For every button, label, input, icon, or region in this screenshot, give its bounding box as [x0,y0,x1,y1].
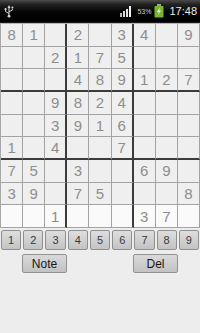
cell-r8c8[interactable] [156,183,178,206]
cell-r7c5[interactable] [89,160,111,183]
cell-r6c6[interactable]: 7 [112,137,134,160]
cell-r4c9[interactable] [178,92,200,115]
cell-r9c9[interactable] [178,205,200,228]
cell-r4c7[interactable] [134,92,156,115]
del-button[interactable]: Del [133,254,178,273]
cell-r7c4[interactable]: 3 [67,160,89,183]
cell-r6c8[interactable] [156,137,178,160]
cell-r5c6[interactable]: 6 [112,115,134,138]
cell-r5c8[interactable] [156,115,178,138]
note-button[interactable]: Note [22,254,67,273]
cell-r5c2[interactable] [23,115,45,138]
cell-r5c4[interactable]: 9 [67,115,89,138]
numpad-button-9[interactable]: 9 [179,230,199,250]
cell-r6c4[interactable] [67,137,89,160]
numpad-button-4[interactable]: 4 [68,230,88,250]
cell-r7c1[interactable]: 7 [1,160,23,183]
usb-icon [3,4,15,19]
cell-r5c1[interactable] [1,115,23,138]
cell-r1c6[interactable]: 3 [112,24,134,47]
cell-r1c2[interactable]: 1 [23,24,45,47]
cell-r4c1[interactable] [1,92,23,115]
cell-r9c8[interactable]: 7 [156,205,178,228]
cell-r7c6[interactable] [112,160,134,183]
cell-r4c8[interactable] [156,92,178,115]
cell-r3c2[interactable] [23,69,45,92]
cell-r3c3[interactable] [45,69,67,92]
cell-r6c2[interactable] [23,137,45,160]
cell-r5c9[interactable] [178,115,200,138]
cell-r8c2[interactable]: 9 [23,183,45,206]
cell-r6c3[interactable]: 4 [45,137,67,160]
cell-r2c4[interactable]: 1 [67,47,89,70]
cell-r3c6[interactable]: 9 [112,69,134,92]
cell-r3c8[interactable]: 2 [156,69,178,92]
cell-r2c2[interactable] [23,47,45,70]
cell-r2c3[interactable]: 2 [45,47,67,70]
cell-r1c4[interactable]: 2 [67,24,89,47]
cell-r6c7[interactable] [134,137,156,160]
cell-r3c9[interactable]: 7 [178,69,200,92]
clock: 17:48 [169,5,197,17]
battery-percent: 53% [137,8,151,15]
cell-r8c4[interactable]: 7 [67,183,89,206]
numpad-button-1[interactable]: 1 [1,230,21,250]
cell-r1c9[interactable]: 9 [178,24,200,47]
cell-r2c9[interactable] [178,47,200,70]
action-bar: Note Del [0,254,200,274]
numpad-button-6[interactable]: 6 [112,230,132,250]
cell-r3c5[interactable]: 8 [89,69,111,92]
cell-r9c5[interactable] [89,205,111,228]
cell-r3c7[interactable]: 1 [134,69,156,92]
cell-r2c6[interactable]: 5 [112,47,134,70]
cell-r7c2[interactable]: 5 [23,160,45,183]
cell-r1c1[interactable]: 8 [1,24,23,47]
cell-r9c7[interactable]: 3 [134,205,156,228]
numpad-button-8[interactable]: 8 [157,230,177,250]
cell-r2c8[interactable] [156,47,178,70]
numpad-button-7[interactable]: 7 [134,230,154,250]
cell-r8c7[interactable] [134,183,156,206]
cell-r4c5[interactable]: 2 [89,92,111,115]
cell-r6c1[interactable]: 1 [1,137,23,160]
cell-r5c3[interactable]: 3 [45,115,67,138]
cell-r1c8[interactable] [156,24,178,47]
cell-r4c2[interactable] [23,92,45,115]
cell-r7c3[interactable] [45,160,67,183]
cell-r8c3[interactable] [45,183,67,206]
cell-r3c1[interactable] [1,69,23,92]
cell-r6c5[interactable] [89,137,111,160]
cell-r6c9[interactable] [178,137,200,160]
cell-r3c4[interactable]: 4 [67,69,89,92]
sudoku-board: 8123492175489127982439161477536939758137 [0,23,200,228]
cell-r5c5[interactable]: 1 [89,115,111,138]
cell-r9c1[interactable] [1,205,23,228]
numpad-button-5[interactable]: 5 [90,230,110,250]
cell-r7c7[interactable]: 6 [134,160,156,183]
cell-r9c2[interactable] [23,205,45,228]
cell-r4c6[interactable]: 4 [112,92,134,115]
signal-strength-icon [120,5,133,17]
numpad-button-3[interactable]: 3 [45,230,65,250]
status-bar: 53% 17:48 [0,0,200,23]
cell-r8c5[interactable]: 5 [89,183,111,206]
cell-r1c7[interactable]: 4 [134,24,156,47]
cell-r2c1[interactable] [1,47,23,70]
cell-r4c3[interactable]: 9 [45,92,67,115]
cell-r9c6[interactable] [112,205,134,228]
cell-r2c7[interactable] [134,47,156,70]
app-screen: 53% 17:48 812349217548912798243916147753… [0,0,200,333]
numpad-button-2[interactable]: 2 [23,230,43,250]
cell-r1c5[interactable] [89,24,111,47]
cell-r7c8[interactable]: 9 [156,160,178,183]
cell-r5c7[interactable] [134,115,156,138]
cell-r1c3[interactable] [45,24,67,47]
cell-r9c4[interactable] [67,205,89,228]
cell-r9c3[interactable]: 1 [45,205,67,228]
cell-r2c5[interactable]: 7 [89,47,111,70]
cell-r7c9[interactable] [178,160,200,183]
battery-charging-icon [154,4,164,18]
cell-r8c9[interactable]: 8 [178,183,200,206]
cell-r4c4[interactable]: 8 [67,92,89,115]
cell-r8c1[interactable]: 3 [1,183,23,206]
cell-r8c6[interactable] [112,183,134,206]
number-pad: 123456789 [0,228,200,252]
